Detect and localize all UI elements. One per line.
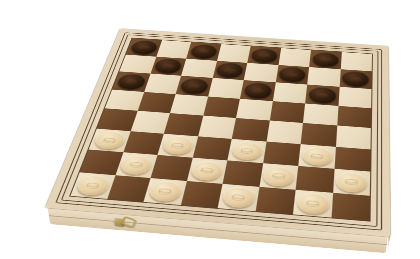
square-f1[interactable] <box>255 186 296 214</box>
square-h2[interactable]: ⛀ <box>333 168 371 195</box>
square-d5[interactable] <box>203 96 240 118</box>
square-d2[interactable]: ⛀ <box>187 157 228 183</box>
dark-checker-piece[interactable]: ⛂ <box>308 86 337 104</box>
checkers-board-box: ⛂⛂⛂⛂⛂⛂⛂⛂⛂⛂⛂⛂⛀⛀⛀⛀⛀⛀⛀⛀⛀⛀⛀⛀ <box>45 28 390 236</box>
square-f3[interactable] <box>263 141 301 166</box>
scene: ⛂⛂⛂⛂⛂⛂⛂⛂⛂⛂⛂⛂⛀⛀⛀⛀⛀⛀⛀⛀⛀⛀⛀⛀ <box>0 0 420 259</box>
product-photo-canvas: ⛂⛂⛂⛂⛂⛂⛂⛂⛂⛂⛂⛂⛀⛀⛀⛀⛀⛀⛀⛀⛀⛀⛀⛀ <box>0 0 420 259</box>
square-h6[interactable] <box>338 86 371 107</box>
dark-checker-piece[interactable]: ⛂ <box>153 57 183 73</box>
square-g6[interactable]: ⛂ <box>305 84 339 105</box>
square-f7[interactable]: ⛂ <box>275 64 309 84</box>
light-checker-piece[interactable]: ⛀ <box>161 135 195 155</box>
square-d6[interactable] <box>208 77 244 98</box>
dark-checker-piece[interactable]: ⛂ <box>243 81 273 98</box>
square-e6[interactable]: ⛂ <box>240 80 275 101</box>
square-g3[interactable]: ⛀ <box>298 143 335 168</box>
square-c6[interactable]: ⛂ <box>176 75 213 95</box>
board-frame: ⛂⛂⛂⛂⛂⛂⛂⛂⛂⛂⛂⛂⛀⛀⛀⛀⛀⛀⛀⛀⛀⛀⛀⛀ <box>45 28 390 236</box>
square-c1[interactable]: ⛀ <box>143 177 186 204</box>
dark-checker-piece[interactable]: ⛂ <box>115 72 147 89</box>
square-b1[interactable] <box>107 174 151 201</box>
square-h8[interactable] <box>340 52 372 71</box>
dark-checker-piece[interactable]: ⛂ <box>278 66 306 83</box>
square-a2[interactable] <box>80 149 123 174</box>
square-e4[interactable] <box>232 118 270 141</box>
square-e7[interactable] <box>244 62 278 82</box>
square-f8[interactable] <box>278 48 311 67</box>
square-d1[interactable] <box>180 180 222 208</box>
square-c8[interactable]: ⛂ <box>186 42 221 60</box>
square-d4[interactable] <box>198 115 236 138</box>
square-g4[interactable] <box>301 122 337 146</box>
light-checker-piece[interactable]: ⛀ <box>231 140 264 161</box>
dark-checker-piece[interactable]: ⛂ <box>179 77 210 94</box>
square-g5[interactable] <box>303 103 338 125</box>
square-e5[interactable] <box>236 98 272 120</box>
light-checker-piece[interactable]: ⛀ <box>190 159 224 181</box>
square-h7[interactable]: ⛂ <box>339 68 372 88</box>
light-checker-piece[interactable]: ⛀ <box>119 154 155 175</box>
light-checker-piece[interactable]: ⛀ <box>147 179 183 202</box>
square-a1[interactable]: ⛀ <box>70 171 115 198</box>
dark-checker-piece[interactable]: ⛂ <box>129 39 159 54</box>
square-d3[interactable] <box>192 135 232 159</box>
square-a4[interactable] <box>97 108 137 131</box>
square-e1[interactable]: ⛀ <box>218 183 259 211</box>
square-g7[interactable] <box>307 66 340 86</box>
square-e8[interactable]: ⛂ <box>247 46 280 65</box>
square-b8[interactable] <box>156 40 191 58</box>
square-f2[interactable]: ⛀ <box>259 163 298 189</box>
square-c5[interactable] <box>170 93 208 115</box>
square-h3[interactable] <box>334 146 370 171</box>
light-checker-piece[interactable]: ⛀ <box>221 185 256 208</box>
square-c3[interactable]: ⛀ <box>157 133 197 157</box>
brass-clasp-icon <box>114 215 134 230</box>
square-c7[interactable] <box>181 58 217 77</box>
board-grid: ⛂⛂⛂⛂⛂⛂⛂⛂⛂⛂⛂⛂⛀⛀⛀⛀⛀⛀⛀⛀⛀⛀⛀⛀ <box>69 37 373 221</box>
square-b2[interactable]: ⛀ <box>115 152 157 178</box>
dark-checker-piece[interactable]: ⛂ <box>215 62 244 78</box>
dark-checker-piece[interactable]: ⛂ <box>312 51 339 67</box>
square-f4[interactable] <box>266 120 303 143</box>
square-h1[interactable] <box>331 192 370 220</box>
square-c2[interactable] <box>151 154 193 180</box>
light-checker-piece[interactable]: ⛀ <box>92 130 127 150</box>
dark-checker-piece[interactable]: ⛂ <box>342 70 369 87</box>
square-d8[interactable] <box>217 44 251 63</box>
light-checker-piece[interactable]: ⛀ <box>301 145 332 166</box>
light-checker-piece[interactable]: ⛀ <box>296 191 329 215</box>
square-b4[interactable] <box>130 110 170 133</box>
square-d7[interactable]: ⛂ <box>212 60 247 80</box>
light-checker-piece[interactable]: ⛀ <box>74 174 112 197</box>
square-h4[interactable] <box>335 125 370 149</box>
square-b3[interactable] <box>123 130 164 154</box>
square-g2[interactable] <box>296 165 334 191</box>
light-checker-piece[interactable]: ⛀ <box>336 170 368 192</box>
square-e3[interactable]: ⛀ <box>227 138 266 163</box>
square-g1[interactable]: ⛀ <box>293 189 333 217</box>
square-f6[interactable] <box>272 82 307 103</box>
square-g8[interactable]: ⛂ <box>309 50 341 69</box>
square-f5[interactable] <box>269 100 305 122</box>
dark-checker-piece[interactable]: ⛂ <box>250 47 278 63</box>
light-checker-piece[interactable]: ⛀ <box>262 165 295 187</box>
square-e2[interactable] <box>223 160 263 186</box>
dark-checker-piece[interactable]: ⛂ <box>189 43 218 59</box>
square-a3[interactable]: ⛀ <box>89 128 131 152</box>
square-c4[interactable] <box>164 113 203 136</box>
square-h5[interactable] <box>337 105 371 127</box>
